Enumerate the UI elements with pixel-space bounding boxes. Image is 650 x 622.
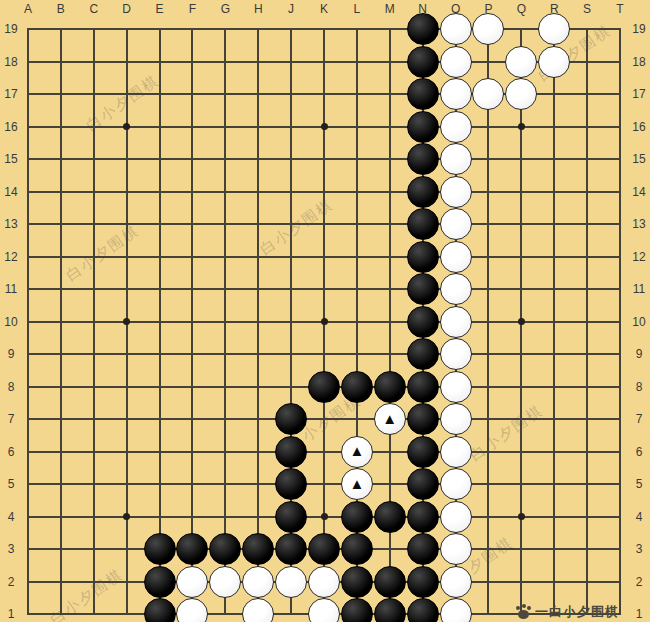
column-label-L: L xyxy=(349,2,365,16)
stone-black-N12[interactable] xyxy=(407,241,439,273)
stone-black-N19[interactable] xyxy=(407,13,439,45)
stone-white-P17[interactable] xyxy=(472,78,504,110)
star-point-K4 xyxy=(321,513,328,520)
row-label-right-2: 2 xyxy=(628,575,650,589)
watermark-text: 白小夕围棋 xyxy=(63,221,144,285)
stone-black-F3[interactable] xyxy=(176,533,208,565)
stone-white-O9[interactable] xyxy=(440,338,472,370)
star-point-K10 xyxy=(321,318,328,325)
grid-line-vertical xyxy=(619,28,621,615)
row-label-right-4: 4 xyxy=(628,510,650,524)
triangle-mark: ▲ xyxy=(349,443,364,458)
watermark-logo: 一白小夕围棋 xyxy=(516,603,619,621)
stone-black-M1[interactable] xyxy=(374,598,406,622)
star-point-Q16 xyxy=(518,123,525,130)
stone-white-O11[interactable] xyxy=(440,273,472,305)
stone-black-N8[interactable] xyxy=(407,371,439,403)
stone-black-E3[interactable] xyxy=(144,533,176,565)
stone-black-M8[interactable] xyxy=(374,371,406,403)
stone-black-L1[interactable] xyxy=(341,598,373,622)
row-label-right-9: 9 xyxy=(628,347,650,361)
row-label-right-17: 17 xyxy=(628,87,650,101)
column-label-A: A xyxy=(20,2,36,16)
stone-black-L2[interactable] xyxy=(341,566,373,598)
row-label-left-5: 5 xyxy=(0,477,22,491)
stone-black-H3[interactable] xyxy=(242,533,274,565)
stone-white-O7[interactable] xyxy=(440,403,472,435)
stone-black-N13[interactable] xyxy=(407,208,439,240)
stone-white-F2[interactable] xyxy=(176,566,208,598)
stone-white-P19[interactable] xyxy=(472,13,504,45)
stone-black-J4[interactable] xyxy=(275,501,307,533)
row-label-left-4: 4 xyxy=(0,510,22,524)
stone-white-O6[interactable] xyxy=(440,436,472,468)
row-label-right-11: 11 xyxy=(628,282,650,296)
grid-line-vertical xyxy=(257,28,259,615)
row-label-left-6: 6 xyxy=(0,445,22,459)
column-label-G: G xyxy=(217,2,233,16)
stone-white-K2[interactable] xyxy=(308,566,340,598)
stone-white-Q18[interactable] xyxy=(505,46,537,78)
stone-white-O14[interactable] xyxy=(440,176,472,208)
grid-line-vertical xyxy=(224,28,226,615)
stone-black-M2[interactable] xyxy=(374,566,406,598)
stone-black-N10[interactable] xyxy=(407,306,439,338)
stone-white-O16[interactable] xyxy=(440,111,472,143)
row-label-right-6: 6 xyxy=(628,445,650,459)
triangle-mark: ▲ xyxy=(349,476,364,491)
row-label-right-19: 19 xyxy=(628,22,650,36)
stone-black-N11[interactable] xyxy=(407,273,439,305)
stone-black-N3[interactable] xyxy=(407,533,439,565)
stone-black-J3[interactable] xyxy=(275,533,307,565)
row-label-left-9: 9 xyxy=(0,347,22,361)
stone-black-N14[interactable] xyxy=(407,176,439,208)
column-label-S: S xyxy=(579,2,595,16)
stone-white-O10[interactable] xyxy=(440,306,472,338)
grid-line-vertical xyxy=(191,28,193,615)
stone-white-O17[interactable] xyxy=(440,78,472,110)
grid-line-vertical xyxy=(93,28,95,615)
stone-black-N6[interactable] xyxy=(407,436,439,468)
logo-text: 一白小夕围棋 xyxy=(535,603,619,621)
star-point-D4 xyxy=(123,513,130,520)
stone-white-O5[interactable] xyxy=(440,468,472,500)
stone-black-K3[interactable] xyxy=(308,533,340,565)
row-label-left-1: 1 xyxy=(0,607,22,621)
row-label-left-10: 10 xyxy=(0,315,22,329)
column-label-D: D xyxy=(119,2,135,16)
row-label-left-8: 8 xyxy=(0,380,22,394)
grid-line-vertical xyxy=(159,28,161,615)
triangle-mark: ▲ xyxy=(382,411,397,426)
stone-black-K8[interactable] xyxy=(308,371,340,403)
column-label-T: T xyxy=(612,2,628,16)
star-point-D16 xyxy=(123,123,130,130)
stone-white-O12[interactable] xyxy=(440,241,472,273)
star-point-K16 xyxy=(321,123,328,130)
stone-black-N17[interactable] xyxy=(407,78,439,110)
column-label-J: J xyxy=(283,2,299,16)
row-label-left-11: 11 xyxy=(0,282,22,296)
row-label-right-13: 13 xyxy=(628,217,650,231)
stone-black-N4[interactable] xyxy=(407,501,439,533)
row-label-right-1: 1 xyxy=(628,607,650,621)
stone-black-J6[interactable] xyxy=(275,436,307,468)
stone-black-L4[interactable] xyxy=(341,501,373,533)
stone-black-N18[interactable] xyxy=(407,46,439,78)
watermark-text: 白小夕围棋 xyxy=(467,401,548,465)
stone-white-G2[interactable] xyxy=(209,566,241,598)
stone-white-H1[interactable] xyxy=(242,598,274,622)
row-label-left-17: 17 xyxy=(0,87,22,101)
row-label-right-12: 12 xyxy=(628,250,650,264)
stone-black-L3[interactable] xyxy=(341,533,373,565)
column-label-C: C xyxy=(86,2,102,16)
grid-line-vertical xyxy=(553,28,555,615)
stone-white-O8[interactable] xyxy=(440,371,472,403)
column-label-B: B xyxy=(53,2,69,16)
stone-white-R18[interactable] xyxy=(538,46,570,78)
row-label-left-18: 18 xyxy=(0,55,22,69)
stone-white-O1[interactable] xyxy=(440,598,472,622)
row-label-right-5: 5 xyxy=(628,477,650,491)
row-label-right-18: 18 xyxy=(628,55,650,69)
stone-black-N7[interactable] xyxy=(407,403,439,435)
row-label-right-8: 8 xyxy=(628,380,650,394)
row-label-right-7: 7 xyxy=(628,412,650,426)
stone-white-H2[interactable] xyxy=(242,566,274,598)
row-label-right-14: 14 xyxy=(628,185,650,199)
grid-line-vertical xyxy=(487,28,489,615)
stone-white-J2[interactable] xyxy=(275,566,307,598)
star-point-Q10 xyxy=(518,318,525,325)
stone-white-O4[interactable] xyxy=(440,501,472,533)
star-point-Q4 xyxy=(518,513,525,520)
row-label-left-19: 19 xyxy=(0,22,22,36)
stone-black-J7[interactable] xyxy=(275,403,307,435)
go-board[interactable]: 白小夕围棋白小夕围棋白小夕围棋白小夕围棋白小夕围棋白小夕围棋白小夕围棋白小夕围棋… xyxy=(0,0,650,622)
star-point-D10 xyxy=(123,318,130,325)
row-label-right-10: 10 xyxy=(628,315,650,329)
stone-black-E1[interactable] xyxy=(144,598,176,622)
stone-white-M7[interactable]: ▲ xyxy=(374,403,406,435)
stone-black-N5[interactable] xyxy=(407,468,439,500)
stone-black-N2[interactable] xyxy=(407,566,439,598)
row-label-right-3: 3 xyxy=(628,542,650,556)
row-label-right-15: 15 xyxy=(628,152,650,166)
stone-black-L8[interactable] xyxy=(341,371,373,403)
stone-black-N15[interactable] xyxy=(407,143,439,175)
stone-white-O3[interactable] xyxy=(440,533,472,565)
stone-black-E2[interactable] xyxy=(144,566,176,598)
stone-white-L6[interactable]: ▲ xyxy=(341,436,373,468)
stone-white-Q17[interactable] xyxy=(505,78,537,110)
stone-black-J5[interactable] xyxy=(275,468,307,500)
row-label-left-2: 2 xyxy=(0,575,22,589)
stone-white-O2[interactable] xyxy=(440,566,472,598)
column-label-M: M xyxy=(382,2,398,16)
stone-black-N9[interactable] xyxy=(407,338,439,370)
grid-line-vertical xyxy=(586,28,588,615)
stone-black-G3[interactable] xyxy=(209,533,241,565)
stone-white-O18[interactable] xyxy=(440,46,472,78)
stone-white-R19[interactable] xyxy=(538,13,570,45)
column-label-Q: Q xyxy=(513,2,529,16)
stone-white-O13[interactable] xyxy=(440,208,472,240)
column-label-E: E xyxy=(152,2,168,16)
stone-white-O15[interactable] xyxy=(440,143,472,175)
paw-icon xyxy=(516,606,531,619)
stone-black-M4[interactable] xyxy=(374,501,406,533)
column-label-H: H xyxy=(250,2,266,16)
stone-white-F1[interactable] xyxy=(176,598,208,622)
stone-white-O19[interactable] xyxy=(440,13,472,45)
row-label-right-16: 16 xyxy=(628,120,650,134)
grid-line-vertical xyxy=(60,28,62,615)
stone-white-L5[interactable]: ▲ xyxy=(341,468,373,500)
row-label-left-14: 14 xyxy=(0,185,22,199)
row-label-left-12: 12 xyxy=(0,250,22,264)
column-label-K: K xyxy=(316,2,332,16)
row-label-left-7: 7 xyxy=(0,412,22,426)
row-label-left-15: 15 xyxy=(0,152,22,166)
stone-black-N16[interactable] xyxy=(407,111,439,143)
column-label-F: F xyxy=(184,2,200,16)
row-label-left-16: 16 xyxy=(0,120,22,134)
stone-black-N1[interactable] xyxy=(407,598,439,622)
row-label-left-3: 3 xyxy=(0,542,22,556)
row-label-left-13: 13 xyxy=(0,217,22,231)
grid-line-vertical xyxy=(27,28,29,615)
stone-white-K1[interactable] xyxy=(308,598,340,622)
